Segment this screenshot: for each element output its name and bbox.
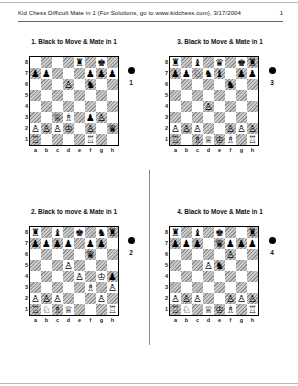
square-f5	[225, 260, 236, 271]
black-pawn-icon: ♟	[182, 238, 191, 249]
square-h3	[107, 112, 118, 123]
square-g5	[96, 90, 107, 101]
white-rook-icon: ♖	[31, 134, 40, 145]
square-b3	[181, 282, 192, 293]
square-f5	[85, 90, 96, 101]
white-king-icon: ♔	[97, 271, 106, 282]
square-h5	[247, 90, 258, 101]
square-c3	[192, 282, 203, 293]
rank-label-6: 6	[161, 79, 168, 90]
black-bishop-icon: ♝	[193, 57, 202, 68]
rank-labels: 87654321	[21, 57, 28, 145]
square-b5	[181, 260, 192, 271]
square-a3	[30, 112, 41, 123]
black-rook-icon: ♜	[31, 227, 40, 238]
square-f8	[225, 57, 236, 68]
worksheet-page: Kid Chess Difficult Mate in 1 (For Solut…	[0, 0, 298, 386]
square-g7: ♟	[96, 68, 107, 79]
square-e4	[214, 101, 225, 112]
square-a4	[170, 101, 181, 112]
black-pawn-icon: ♟	[86, 112, 95, 123]
black-pawn-icon: ♟	[171, 68, 180, 79]
white-pawn-icon: ♙	[182, 293, 191, 304]
square-c2: ♙	[52, 293, 63, 304]
file-label-f: f	[85, 147, 96, 153]
black-to-move-dot	[269, 237, 276, 244]
square-f1	[85, 304, 96, 315]
square-a1: ♖	[170, 304, 181, 315]
square-e6	[74, 79, 85, 90]
square-c4	[52, 101, 63, 112]
black-pawn-icon: ♟	[171, 238, 180, 249]
square-e8: ♚	[214, 227, 225, 238]
square-f6: ♞	[85, 79, 96, 90]
square-a7: ♟	[170, 68, 181, 79]
file-label-b: b	[41, 317, 52, 323]
black-pawn-icon: ♟	[31, 68, 40, 79]
file-labels: abcdefgh	[30, 147, 118, 153]
square-f7: ♟	[85, 238, 96, 249]
puzzle-4: 4. Black to Move & Mate in 1 87654321 ♜♝…	[149, 198, 298, 368]
square-g7: ♟	[236, 68, 247, 79]
file-label-h: h	[107, 317, 118, 323]
square-h1	[107, 134, 118, 145]
square-f7: ♟	[85, 68, 96, 79]
square-f3	[225, 112, 236, 123]
rank-label-5: 5	[161, 90, 168, 101]
puzzle-4-title: 4. Black to Move & Mate in 1	[149, 208, 291, 215]
square-g2: ♙	[236, 123, 247, 134]
square-h1: ♖	[247, 304, 258, 315]
square-h7	[107, 238, 118, 249]
square-b4	[181, 271, 192, 282]
square-b6	[41, 249, 52, 260]
square-a8: ♜	[170, 57, 181, 68]
black-bishop-icon: ♝	[53, 227, 62, 238]
white-pawn-icon: ♙	[31, 123, 40, 134]
square-b8	[41, 57, 52, 68]
square-d4	[63, 271, 74, 282]
rank-label-7: 7	[21, 68, 28, 79]
square-e5	[74, 90, 85, 101]
square-e4	[214, 271, 225, 282]
square-h2	[107, 293, 118, 304]
file-label-c: c	[192, 147, 203, 153]
chess-board-puzzle-4: ♜♝♚♜♟♟♟♛♟♟♟♙♙♞♙♙♙♙♙♙♖♘♕♔♗♖	[169, 226, 259, 316]
square-g5	[236, 260, 247, 271]
puzzle-2: 2. Black to move & Mate in 1 87654321 ♜♝…	[0, 198, 149, 368]
square-d5: ♙	[203, 260, 214, 271]
black-queen-icon: ♛	[215, 57, 224, 68]
black-pawn-icon: ♟	[108, 68, 117, 79]
square-c5	[52, 90, 63, 101]
puzzle-3-number: 3	[265, 79, 279, 86]
chess-board-puzzle-2: ♜♝♚♞♜♟♟♟♟♟♟♛♙♙♔♟♗♙♙♙♙♙♖♘♗♕♖	[29, 226, 119, 316]
file-label-f: f	[225, 317, 236, 323]
square-d6: ♙	[63, 79, 74, 90]
file-label-g: g	[96, 317, 107, 323]
square-e5	[74, 260, 85, 271]
black-knight-icon: ♞	[86, 79, 95, 90]
rank-label-3: 3	[21, 282, 28, 293]
square-e5: ♞	[214, 260, 225, 271]
rank-label-7: 7	[161, 68, 168, 79]
white-king-icon: ♔	[64, 123, 73, 134]
black-bishop-icon: ♝	[193, 227, 202, 238]
square-d1: ♕	[203, 304, 214, 315]
square-b3	[181, 112, 192, 123]
black-pawn-icon: ♟	[97, 238, 106, 249]
square-b5	[41, 260, 52, 271]
puzzle-3-title: 3. Black to Move & Mate in 1	[149, 38, 291, 45]
square-a2: ♙	[170, 123, 181, 134]
white-pawn-icon: ♙	[193, 293, 202, 304]
square-h2: ♛	[107, 123, 118, 134]
square-g4	[236, 101, 247, 112]
square-f8	[85, 227, 96, 238]
black-rook-icon: ♜	[75, 57, 84, 68]
square-a2: ♙	[170, 293, 181, 304]
puzzle-1-title: 1. Black to Move & Mate in 1	[4, 38, 144, 45]
square-b8	[181, 227, 192, 238]
square-b4	[181, 101, 192, 112]
rank-label-8: 8	[21, 57, 28, 68]
square-f2: ♙	[225, 293, 236, 304]
square-h7: ♟	[247, 238, 258, 249]
file-labels: abcdefgh	[170, 317, 258, 323]
square-f2	[85, 293, 96, 304]
white-pawn-icon: ♙	[226, 249, 235, 260]
square-a2: ♙	[30, 123, 41, 134]
square-e1: ♔	[214, 134, 225, 145]
square-e3	[214, 282, 225, 293]
rank-label-2: 2	[161, 293, 168, 304]
black-pawn-icon: ♟	[248, 68, 257, 79]
square-a6	[170, 249, 181, 260]
square-e7: ♝	[214, 68, 225, 79]
square-h4	[247, 101, 258, 112]
white-rook-icon: ♖	[171, 134, 180, 145]
square-g6	[96, 79, 107, 90]
file-label-f: f	[85, 317, 96, 323]
square-e3	[74, 282, 85, 293]
rank-labels: 87654321	[21, 227, 28, 315]
file-label-d: d	[63, 317, 74, 323]
white-pawn-icon: ♙	[171, 293, 180, 304]
black-pawn-icon: ♟	[226, 238, 235, 249]
puzzle-4-number: 4	[265, 249, 279, 256]
square-f7	[225, 68, 236, 79]
black-pawn-icon: ♟	[108, 271, 117, 282]
square-f6: ♛	[85, 249, 96, 260]
black-pawn-icon: ♟	[53, 238, 62, 249]
square-e5	[214, 90, 225, 101]
square-e1	[74, 304, 85, 315]
square-d2	[203, 293, 214, 304]
rank-label-2: 2	[161, 123, 168, 134]
file-label-c: c	[192, 317, 203, 323]
square-h4	[247, 271, 258, 282]
square-d3	[63, 282, 74, 293]
square-f4	[85, 101, 96, 112]
white-pawn-icon: ♙	[97, 293, 106, 304]
square-a3	[170, 112, 181, 123]
square-d8	[203, 57, 214, 68]
square-f4	[225, 101, 236, 112]
square-a5	[30, 90, 41, 101]
square-e6	[214, 79, 225, 90]
square-g5	[236, 90, 247, 101]
square-f6: ♙	[225, 249, 236, 260]
square-d6	[203, 249, 214, 260]
rank-label-7: 7	[21, 238, 28, 249]
black-pawn-icon: ♟	[42, 238, 51, 249]
square-d7	[63, 68, 74, 79]
file-label-h: h	[107, 147, 118, 153]
square-f5	[225, 90, 236, 101]
white-pawn-icon: ♙	[31, 293, 40, 304]
square-a6	[170, 79, 181, 90]
square-h5	[247, 260, 258, 271]
square-f5	[85, 260, 96, 271]
white-rook-icon: ♖	[86, 134, 95, 145]
square-b3	[41, 112, 52, 123]
white-pawn-icon: ♙	[97, 112, 106, 123]
file-label-d: d	[203, 147, 214, 153]
white-pawn-icon: ♙	[226, 123, 235, 134]
black-pawn-icon: ♟	[193, 238, 202, 249]
rank-label-1: 1	[161, 304, 168, 315]
square-a4	[30, 101, 41, 112]
white-bishop-icon: ♗	[64, 112, 73, 123]
rank-label-8: 8	[21, 227, 28, 238]
white-king-icon: ♔	[215, 134, 224, 145]
square-e2	[214, 293, 225, 304]
file-label-e: e	[74, 317, 85, 323]
file-label-e: e	[214, 317, 225, 323]
square-b1: ♘	[181, 304, 192, 315]
square-f8	[85, 57, 96, 68]
white-bishop-icon: ♗	[86, 282, 95, 293]
square-b4	[41, 271, 52, 282]
square-b8	[181, 57, 192, 68]
rank-label-1: 1	[161, 134, 168, 145]
white-pawn-icon: ♙	[53, 123, 62, 134]
puzzle-2-to-move: 2	[124, 237, 138, 256]
square-b5	[41, 90, 52, 101]
square-c5	[52, 260, 63, 271]
square-h8: ♜	[107, 227, 118, 238]
square-f6: ♞	[225, 79, 236, 90]
square-g6	[236, 79, 247, 90]
square-d7	[203, 238, 214, 249]
white-bishop-icon: ♗	[226, 304, 235, 315]
square-e7: ♛	[214, 238, 225, 249]
square-a3	[170, 282, 181, 293]
file-label-b: b	[41, 147, 52, 153]
square-c6	[52, 79, 63, 90]
square-g3: ♙	[96, 112, 107, 123]
square-h6	[107, 79, 118, 90]
file-label-e: e	[214, 147, 225, 153]
white-pawn-icon: ♙	[204, 101, 213, 112]
square-f1: ♗	[225, 134, 236, 145]
puzzle-4-to-move: 4	[265, 237, 279, 256]
square-d3	[203, 282, 214, 293]
square-a1: ♖	[30, 134, 41, 145]
square-g5	[96, 260, 107, 271]
square-c4	[52, 271, 63, 282]
square-c8: ♝	[52, 227, 63, 238]
square-f3	[225, 282, 236, 293]
white-rook-icon: ♖	[108, 304, 117, 315]
chess-board-puzzle-1: ♜♚♟♟♟♟♟♙♞♕♗♟♙♙♙♙♔♙♛♖♖	[29, 56, 119, 146]
square-h1: ♖	[247, 134, 258, 145]
rank-label-2: 2	[21, 123, 28, 134]
puzzle-1-board-wrap: 87654321 ♜♚♟♟♟♟♟♙♞♕♗♟♙♙♙♙♔♙♛♖♖ abcdefgh	[29, 56, 119, 146]
white-pawn-icon: ♙	[248, 123, 257, 134]
black-knight-icon: ♞	[226, 79, 235, 90]
square-b2: ♙	[181, 123, 192, 134]
square-g2: ♙	[236, 293, 247, 304]
rank-label-3: 3	[161, 282, 168, 293]
black-pawn-icon: ♟	[86, 68, 95, 79]
square-g2: ♙	[96, 293, 107, 304]
square-a1: ♖	[170, 134, 181, 145]
square-c4	[192, 101, 203, 112]
header-title: Kid Chess Difficult Mate in 1 (For Solut…	[18, 10, 241, 16]
square-h3: ♙	[107, 282, 118, 293]
square-e7	[74, 238, 85, 249]
black-rook-icon: ♜	[108, 227, 117, 238]
white-pawn-icon: ♙	[204, 260, 213, 271]
square-h2: ♙	[247, 123, 258, 134]
square-a1: ♖	[30, 304, 41, 315]
square-g7: ♟	[236, 238, 247, 249]
square-d8	[203, 227, 214, 238]
square-g7: ♟	[96, 238, 107, 249]
file-label-b: b	[181, 147, 192, 153]
square-g4	[236, 271, 247, 282]
black-bishop-icon: ♝	[215, 68, 224, 79]
rank-label-2: 2	[21, 293, 28, 304]
white-pawn-icon: ♙	[108, 282, 117, 293]
square-g8: ♞	[96, 227, 107, 238]
rank-label-1: 1	[21, 304, 28, 315]
black-knight-icon: ♞	[97, 227, 106, 238]
square-h6	[247, 249, 258, 260]
square-d2	[203, 123, 214, 134]
square-d4	[63, 101, 74, 112]
square-c7	[52, 68, 63, 79]
square-e6	[214, 249, 225, 260]
square-h8	[107, 57, 118, 68]
square-b1: ♘	[41, 304, 52, 315]
puzzle-3-board-wrap: 87654321 ♜♝♛♚♜♟♟♘♞♝♟♟♞♙♙♙♙♙♙♙♖♗♕♔♗♖ abcd…	[169, 56, 259, 146]
square-d4	[203, 271, 214, 282]
square-c7: ♟	[192, 238, 203, 249]
white-pawn-icon: ♙	[64, 79, 73, 90]
black-rook-icon: ♜	[171, 57, 180, 68]
white-pawn-icon: ♙	[182, 123, 191, 134]
square-d1	[63, 134, 74, 145]
square-h6	[107, 249, 118, 260]
rank-labels: 87654321	[161, 57, 168, 145]
white-pawn-icon: ♙	[237, 293, 246, 304]
header-rule	[18, 21, 283, 22]
black-pawn-icon: ♟	[248, 238, 257, 249]
rank-label-7: 7	[161, 238, 168, 249]
square-b7: ♟	[41, 238, 52, 249]
white-bishop-icon: ♗	[226, 134, 235, 145]
file-label-a: a	[30, 147, 41, 153]
square-e8: ♛	[214, 57, 225, 68]
square-h7: ♟	[107, 68, 118, 79]
square-b2: ♙	[41, 293, 52, 304]
file-label-g: g	[236, 317, 247, 323]
square-f4	[85, 271, 96, 282]
white-rook-icon: ♖	[248, 304, 257, 315]
square-e8: ♜	[74, 57, 85, 68]
file-label-f: f	[225, 147, 236, 153]
square-h4: ♟	[107, 271, 118, 282]
file-label-h: h	[247, 317, 258, 323]
file-label-a: a	[170, 317, 181, 323]
square-g1	[96, 304, 107, 315]
puzzle-2-title: 2. Black to move & Mate in 1	[4, 208, 144, 215]
square-d7: ♟	[63, 238, 74, 249]
square-c1: ♗	[52, 304, 63, 315]
black-pawn-icon: ♟	[237, 238, 246, 249]
square-c1	[192, 304, 203, 315]
rank-label-4: 4	[21, 101, 28, 112]
puzzle-2-number: 2	[124, 249, 138, 256]
rank-label-3: 3	[21, 112, 28, 123]
puzzle-1-number: 1	[124, 79, 138, 86]
square-b6	[181, 79, 192, 90]
black-rook-icon: ♜	[171, 227, 180, 238]
square-d2: ♔	[63, 123, 74, 134]
white-pawn-icon: ♙	[53, 293, 62, 304]
white-pawn-icon: ♙	[237, 123, 246, 134]
white-knight-icon: ♘	[193, 68, 202, 79]
white-pawn-icon: ♙	[42, 293, 51, 304]
square-b4	[41, 101, 52, 112]
file-label-a: a	[170, 147, 181, 153]
square-a7: ♟	[30, 68, 41, 79]
rank-label-6: 6	[21, 79, 28, 90]
square-c7: ♟	[52, 238, 63, 249]
square-c3	[192, 112, 203, 123]
square-c2: ♙	[192, 293, 203, 304]
square-f7: ♟	[225, 238, 236, 249]
square-c1: ♗	[192, 134, 203, 145]
white-bishop-icon: ♗	[193, 134, 202, 145]
square-c3	[52, 282, 63, 293]
black-knight-icon: ♞	[215, 260, 224, 271]
file-label-g: g	[236, 147, 247, 153]
file-labels: abcdefgh	[30, 317, 118, 323]
square-d3: ♗	[63, 112, 74, 123]
square-e2	[74, 123, 85, 134]
page-number: 1	[280, 10, 283, 16]
chess-board-puzzle-3: ♜♝♛♚♜♟♟♘♞♝♟♟♞♙♙♙♙♙♙♙♖♗♕♔♗♖	[169, 56, 259, 146]
square-f1: ♗	[225, 304, 236, 315]
file-label-b: b	[181, 317, 192, 323]
square-h5	[107, 260, 118, 271]
white-rook-icon: ♖	[171, 304, 180, 315]
square-b6	[41, 79, 52, 90]
